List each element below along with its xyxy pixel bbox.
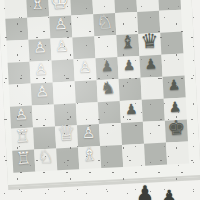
square-b5[interactable]: ♙: [30, 60, 53, 83]
chess-board[interactable]: ♗♔♙♘♙♙♝♛♙♙♟♟♟♙♞♟♙♟♟♖♕♙♚♖♘♗: [4, 0, 189, 173]
white-knight-e7[interactable]: ♘: [96, 11, 114, 31]
photo-scene: ♗♔♙♘♙♙♝♛♙♙♟♟♟♙♞♟♙♟♟♖♕♙♚♖♘♗ ♟ ♟: [0, 0, 200, 200]
square-h1[interactable]: [166, 141, 189, 164]
board-tilt-wrap: ♗♔♙♘♙♙♝♛♙♙♟♟♟♙♞♟♙♟♟♖♕♙♚♖♘♗: [0, 0, 200, 187]
square-d8[interactable]: [70, 0, 93, 15]
square-g3[interactable]: [142, 99, 165, 122]
black-queen-g6[interactable]: ♛: [140, 30, 159, 51]
square-c1[interactable]: [56, 147, 79, 170]
square-b7[interactable]: [27, 17, 50, 40]
white-bishop-d1[interactable]: ♗: [81, 145, 98, 164]
black-pawn-g5[interactable]: ♟: [144, 56, 157, 71]
square-f5[interactable]: ♟: [117, 56, 140, 79]
white-pawn-c7[interactable]: ♙: [54, 16, 68, 32]
white-pawn-d5[interactable]: ♙: [78, 59, 92, 75]
square-g6[interactable]: ♛: [138, 33, 161, 56]
board-frame: ♗♔♙♘♙♙♝♛♙♙♟♟♟♙♞♟♙♟♟♖♕♙♚♖♘♗: [0, 0, 200, 187]
white-pawn-b5[interactable]: ♙: [34, 62, 48, 78]
square-e1[interactable]: [100, 145, 123, 168]
square-a8[interactable]: [4, 0, 27, 19]
square-c2[interactable]: ♕: [55, 125, 78, 148]
white-bishop-b8[interactable]: ♗: [29, 0, 46, 12]
square-f3[interactable]: ♟: [120, 100, 143, 123]
square-b1[interactable]: ♘: [34, 148, 57, 171]
square-d1[interactable]: ♗: [78, 146, 101, 169]
square-d3[interactable]: [76, 102, 99, 125]
white-rook-a2[interactable]: ♖: [14, 127, 30, 145]
white-pawn-b6[interactable]: ♙: [33, 40, 47, 56]
white-pawn-b4[interactable]: ♙: [35, 83, 49, 99]
white-pawn-d2[interactable]: ♙: [81, 125, 95, 141]
square-h7[interactable]: [159, 10, 182, 33]
square-h2[interactable]: ♚: [165, 120, 188, 143]
square-b6[interactable]: ♙: [28, 39, 51, 62]
square-h4[interactable]: ♟: [163, 76, 186, 99]
square-g4[interactable]: [141, 77, 164, 100]
square-c6[interactable]: ♙: [50, 37, 73, 60]
square-b8[interactable]: ♗: [26, 0, 49, 18]
square-b3[interactable]: [32, 104, 55, 127]
black-pawn-h4[interactable]: ♟: [167, 77, 180, 92]
black-king-h2[interactable]: ♚: [167, 117, 186, 138]
white-rook-a1[interactable]: ♖: [16, 149, 32, 167]
square-e4[interactable]: ♞: [97, 79, 120, 102]
white-queen-c2[interactable]: ♕: [56, 122, 76, 144]
square-c7[interactable]: ♙: [49, 15, 72, 38]
square-a5[interactable]: [8, 62, 31, 85]
square-f1[interactable]: [122, 144, 145, 167]
square-g2[interactable]: [143, 121, 166, 144]
square-d4[interactable]: [75, 80, 98, 103]
square-h6[interactable]: [160, 32, 183, 55]
square-f4[interactable]: [119, 78, 142, 101]
square-a6[interactable]: [6, 40, 29, 63]
square-e7[interactable]: ♘: [93, 13, 116, 36]
square-f2[interactable]: [121, 122, 144, 145]
black-bishop-f6[interactable]: ♝: [119, 33, 136, 52]
white-pawn-a3[interactable]: ♙: [14, 107, 28, 123]
square-g1[interactable]: [144, 143, 167, 166]
square-h5[interactable]: [161, 54, 184, 77]
black-pawn-f3[interactable]: ♟: [125, 102, 138, 117]
square-a4[interactable]: [9, 84, 32, 107]
white-knight-b1[interactable]: ♘: [37, 147, 54, 166]
square-c5[interactable]: [52, 59, 75, 82]
square-d7[interactable]: [71, 14, 94, 37]
square-c4[interactable]: [53, 81, 76, 104]
captured-black-piece-2: ♟: [161, 188, 177, 200]
square-e2[interactable]: [99, 123, 122, 146]
square-d6[interactable]: [72, 36, 95, 59]
square-a1[interactable]: ♖: [12, 150, 35, 173]
captured-black-piece-1: ♟: [136, 183, 154, 200]
square-g5[interactable]: ♟: [139, 55, 162, 78]
black-pawn-h3[interactable]: ♟: [168, 99, 181, 114]
black-pawn-e5[interactable]: ♟: [100, 59, 113, 74]
white-king-c8[interactable]: ♔: [50, 0, 70, 12]
square-d5[interactable]: ♙: [74, 58, 97, 81]
square-b4[interactable]: ♙: [31, 82, 54, 105]
white-pawn-c6[interactable]: ♙: [55, 38, 69, 54]
square-e3[interactable]: [98, 101, 121, 124]
black-pawn-f5[interactable]: ♟: [122, 58, 135, 73]
black-knight-e4[interactable]: ♞: [100, 79, 116, 97]
square-a7[interactable]: [5, 18, 28, 41]
square-f6[interactable]: ♝: [116, 34, 139, 57]
square-e6[interactable]: [94, 35, 117, 58]
